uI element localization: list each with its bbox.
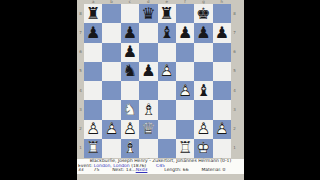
white-bishop-icon[interactable]: ♝♗ bbox=[121, 139, 139, 158]
square-a2[interactable]: ♟♙ bbox=[84, 120, 102, 139]
square-g1[interactable]: ♚♔ bbox=[194, 139, 212, 158]
square-e8[interactable]: ♜ bbox=[158, 4, 176, 23]
square-a5[interactable] bbox=[84, 62, 102, 81]
square-h8[interactable] bbox=[213, 4, 231, 23]
square-b2[interactable]: ♟♙ bbox=[102, 120, 120, 139]
black-pawn-icon[interactable]: ♟ bbox=[121, 43, 139, 62]
square-h3[interactable] bbox=[213, 100, 231, 119]
square-d4[interactable] bbox=[139, 81, 157, 100]
white-pawn-icon[interactable]: ♟♙ bbox=[84, 120, 102, 139]
square-h2[interactable]: ♟♙ bbox=[213, 120, 231, 139]
square-b6[interactable] bbox=[102, 43, 120, 62]
event-label: Event: bbox=[78, 164, 92, 168]
rank-labels-right: 87654321 bbox=[231, 4, 238, 158]
square-a8[interactable]: ♜ bbox=[84, 4, 102, 23]
black-pawn-icon[interactable]: ♟ bbox=[139, 62, 157, 81]
rank-label-8: 8 bbox=[231, 4, 238, 23]
stat-value-2: 75 bbox=[94, 168, 100, 172]
letterbox-left bbox=[0, 0, 77, 180]
eco-code-link[interactable]: C45 bbox=[156, 164, 165, 168]
square-d1[interactable] bbox=[139, 139, 157, 158]
square-b8[interactable] bbox=[102, 4, 120, 23]
black-knight-icon[interactable]: ♞ bbox=[121, 62, 139, 81]
square-a7[interactable]: ♟ bbox=[84, 23, 102, 42]
square-f3[interactable] bbox=[176, 100, 194, 119]
square-e2[interactable] bbox=[158, 120, 176, 139]
square-e3[interactable] bbox=[158, 100, 176, 119]
square-g5[interactable] bbox=[194, 62, 212, 81]
white-king-icon[interactable]: ♚♔ bbox=[194, 139, 212, 158]
square-g2[interactable]: ♟♙ bbox=[194, 120, 212, 139]
rank-label-4: 4 bbox=[231, 81, 238, 100]
square-d2[interactable]: ♛♕ bbox=[139, 120, 157, 139]
square-b5[interactable] bbox=[102, 62, 120, 81]
rank-label-6: 6 bbox=[231, 43, 238, 62]
square-c8[interactable] bbox=[121, 4, 139, 23]
event-year: (1876) bbox=[131, 164, 146, 168]
rank-label-5: 5 bbox=[231, 62, 238, 81]
square-c6[interactable]: ♟ bbox=[121, 43, 139, 62]
rank-label-3: 3 bbox=[231, 100, 238, 119]
square-h5[interactable] bbox=[213, 62, 231, 81]
square-b7[interactable] bbox=[102, 23, 120, 42]
material-text: Material: 0 bbox=[201, 168, 225, 172]
square-d8[interactable]: ♛ bbox=[139, 4, 157, 23]
rank-label-2: 2 bbox=[77, 120, 84, 139]
square-h1[interactable] bbox=[213, 139, 231, 158]
black-pawn-icon[interactable]: ♟ bbox=[84, 23, 102, 42]
square-a4[interactable] bbox=[84, 81, 102, 100]
black-queen-icon[interactable]: ♛ bbox=[139, 4, 157, 23]
white-pawn-icon[interactable]: ♟♙ bbox=[102, 120, 120, 139]
black-bishop-icon[interactable]: ♝ bbox=[158, 23, 176, 42]
square-c3[interactable]: ♞♘ bbox=[121, 100, 139, 119]
square-e4[interactable] bbox=[158, 81, 176, 100]
square-e7[interactable]: ♝ bbox=[158, 23, 176, 42]
stat-value-1: 33 bbox=[78, 168, 84, 172]
white-pawn-icon[interactable]: ♟♙ bbox=[176, 81, 194, 100]
white-knight-icon[interactable]: ♞♘ bbox=[121, 100, 139, 119]
rank-label-3: 3 bbox=[77, 100, 84, 119]
white-pawn-icon[interactable]: ♟♙ bbox=[213, 120, 231, 139]
rank-labels-left: 87654321 bbox=[77, 4, 84, 158]
square-d6[interactable] bbox=[139, 43, 157, 62]
square-f7[interactable]: ♟ bbox=[176, 23, 194, 42]
square-f8[interactable] bbox=[176, 4, 194, 23]
square-d7[interactable] bbox=[139, 23, 157, 42]
game-info-panel: Blackburne, Joseph Henry - Zukertort, Jo… bbox=[77, 159, 244, 174]
white-rook-icon[interactable]: ♜♖ bbox=[176, 139, 194, 158]
stats-line: 33 75 Next: 13...Nxd3 Length: 66 Materia… bbox=[77, 168, 244, 173]
black-pawn-icon[interactable]: ♟ bbox=[194, 23, 212, 42]
black-bishop-icon[interactable]: ♝ bbox=[194, 81, 212, 100]
rank-label-7: 7 bbox=[231, 23, 238, 42]
next-move-link[interactable]: Nxd3 bbox=[136, 168, 148, 172]
square-e5[interactable]: ♟♙ bbox=[158, 62, 176, 81]
black-king-icon[interactable]: ♚ bbox=[194, 4, 212, 23]
rank-label-1: 1 bbox=[77, 139, 84, 158]
rank-label-5: 5 bbox=[77, 62, 84, 81]
square-f6[interactable] bbox=[176, 43, 194, 62]
square-f1[interactable]: ♜♖ bbox=[176, 139, 194, 158]
square-g7[interactable]: ♟ bbox=[194, 23, 212, 42]
white-queen-icon[interactable]: ♛♕ bbox=[139, 120, 157, 139]
rank-label-6: 6 bbox=[77, 43, 84, 62]
square-c4[interactable] bbox=[121, 81, 139, 100]
black-rook-icon[interactable]: ♜ bbox=[84, 4, 102, 23]
square-f2[interactable] bbox=[176, 120, 194, 139]
event-site-link[interactable]: London, London bbox=[94, 164, 130, 168]
square-c5[interactable]: ♞ bbox=[121, 62, 139, 81]
square-a1[interactable]: ♜♖ bbox=[84, 139, 102, 158]
black-rook-icon[interactable]: ♜ bbox=[158, 4, 176, 23]
rank-label-8: 8 bbox=[77, 4, 84, 23]
white-pawn-icon[interactable]: ♟♙ bbox=[121, 120, 139, 139]
square-h6[interactable] bbox=[213, 43, 231, 62]
square-b4[interactable] bbox=[102, 81, 120, 100]
square-e1[interactable] bbox=[158, 139, 176, 158]
square-c2[interactable]: ♟♙ bbox=[121, 120, 139, 139]
square-g6[interactable] bbox=[194, 43, 212, 62]
white-rook-icon[interactable]: ♜♖ bbox=[84, 139, 102, 158]
chess-gui-frame: abcdefgh 87654321 87654321 ♜♛♜♚♟♟♝♟♟♟♟♞♟… bbox=[77, 0, 244, 180]
square-f5[interactable] bbox=[176, 62, 194, 81]
square-b1[interactable] bbox=[102, 139, 120, 158]
square-c7[interactable]: ♟ bbox=[121, 23, 139, 42]
white-pawn-icon[interactable]: ♟♙ bbox=[158, 62, 176, 81]
square-a3[interactable] bbox=[84, 100, 102, 119]
square-g8[interactable]: ♚ bbox=[194, 4, 212, 23]
square-h7[interactable]: ♟ bbox=[213, 23, 231, 42]
square-f4[interactable]: ♟♙ bbox=[176, 81, 194, 100]
letterbox-right bbox=[244, 0, 320, 180]
square-c1[interactable]: ♝♗ bbox=[121, 139, 139, 158]
square-d3[interactable]: ♝♗ bbox=[139, 100, 157, 119]
square-b3[interactable] bbox=[102, 100, 120, 119]
next-move-label: Next: 13... bbox=[112, 168, 135, 172]
square-e6[interactable] bbox=[158, 43, 176, 62]
rank-label-1: 1 bbox=[231, 139, 238, 158]
white-pawn-icon[interactable]: ♟♙ bbox=[194, 120, 212, 139]
rank-label-7: 7 bbox=[77, 23, 84, 42]
rank-label-4: 4 bbox=[77, 81, 84, 100]
square-a6[interactable] bbox=[84, 43, 102, 62]
video-frame: { "game": "chess", "position": { "fen": … bbox=[0, 0, 320, 180]
chess-board: ♜♛♜♚♟♟♝♟♟♟♟♞♟♟♙♟♙♝♞♘♝♗♟♙♟♙♟♙♛♕♟♙♟♙♜♖♝♗♜♖… bbox=[84, 4, 231, 158]
square-h4[interactable] bbox=[213, 81, 231, 100]
black-pawn-icon[interactable]: ♟ bbox=[121, 23, 139, 42]
black-pawn-icon[interactable]: ♟ bbox=[213, 23, 231, 42]
square-g4[interactable]: ♝ bbox=[194, 81, 212, 100]
rank-label-2: 2 bbox=[231, 120, 238, 139]
square-g3[interactable] bbox=[194, 100, 212, 119]
square-d5[interactable]: ♟ bbox=[139, 62, 157, 81]
white-bishop-icon[interactable]: ♝♗ bbox=[139, 100, 157, 119]
length-text: Length: 66 bbox=[164, 168, 188, 172]
black-pawn-icon[interactable]: ♟ bbox=[176, 23, 194, 42]
